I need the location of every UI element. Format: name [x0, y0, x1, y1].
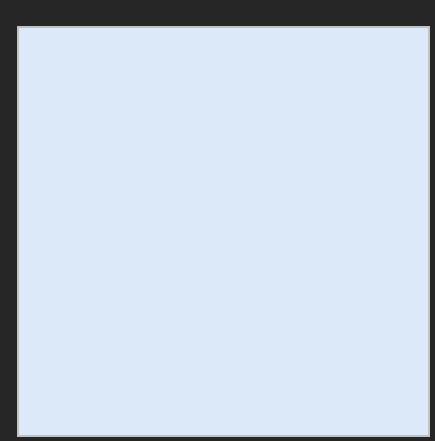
sudoku-solver-app — [0, 0, 435, 441]
sudoku-board — [17, 26, 430, 437]
row-labels — [0, 26, 17, 437]
column-labels — [17, 0, 430, 26]
